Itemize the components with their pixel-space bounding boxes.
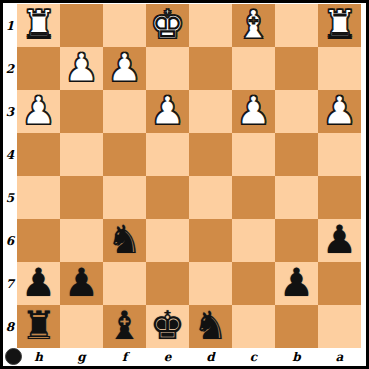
square-c6[interactable] — [232, 219, 275, 262]
square-g1[interactable] — [60, 4, 103, 47]
square-a3[interactable]: ♟ — [318, 90, 361, 133]
square-c4[interactable] — [232, 133, 275, 176]
square-d6[interactable] — [189, 219, 232, 262]
square-f3[interactable] — [103, 90, 146, 133]
piece-white-pawn[interactable]: ♟ — [150, 91, 185, 130]
square-e8[interactable]: ♚ — [146, 305, 189, 348]
rank-label-8: 8 — [3, 305, 17, 348]
square-h7[interactable]: ♟ — [17, 262, 60, 305]
file-label-g: g — [60, 348, 103, 366]
square-a8[interactable] — [318, 305, 361, 348]
rank-label-1: 1 — [3, 4, 17, 47]
piece-black-pawn[interactable]: ♟ — [64, 263, 99, 302]
piece-black-pawn[interactable]: ♟ — [21, 263, 56, 302]
file-labels: hgfedcba — [17, 348, 361, 366]
rank-label-2: 2 — [3, 47, 17, 90]
piece-white-rook[interactable]: ♜ — [322, 5, 357, 44]
square-h8[interactable]: ♜ — [17, 305, 60, 348]
square-b3[interactable] — [275, 90, 318, 133]
file-label-f: f — [103, 348, 146, 366]
black-to-move-indicator — [5, 348, 22, 365]
square-g5[interactable] — [60, 176, 103, 219]
square-a6[interactable]: ♟ — [318, 219, 361, 262]
square-a7[interactable] — [318, 262, 361, 305]
square-e6[interactable] — [146, 219, 189, 262]
piece-black-knight[interactable]: ♞ — [193, 306, 228, 345]
square-f4[interactable] — [103, 133, 146, 176]
piece-white-pawn[interactable]: ♟ — [236, 91, 271, 130]
square-b4[interactable] — [275, 133, 318, 176]
file-label-e: e — [146, 348, 189, 366]
file-label-a: a — [318, 348, 361, 366]
square-f1[interactable] — [103, 4, 146, 47]
square-b5[interactable] — [275, 176, 318, 219]
piece-white-pawn[interactable]: ♟ — [107, 48, 142, 87]
piece-white-pawn[interactable]: ♟ — [322, 91, 357, 130]
square-g3[interactable] — [60, 90, 103, 133]
piece-black-bishop[interactable]: ♝ — [107, 306, 142, 345]
square-g7[interactable]: ♟ — [60, 262, 103, 305]
square-g2[interactable]: ♟ — [60, 47, 103, 90]
square-h5[interactable] — [17, 176, 60, 219]
square-h2[interactable] — [17, 47, 60, 90]
square-h3[interactable]: ♟ — [17, 90, 60, 133]
square-e1[interactable]: ♚ — [146, 4, 189, 47]
rank-label-6: 6 — [3, 219, 17, 262]
rank-label-7: 7 — [3, 262, 17, 305]
square-b2[interactable] — [275, 47, 318, 90]
square-c3[interactable]: ♟ — [232, 90, 275, 133]
square-a4[interactable] — [318, 133, 361, 176]
file-label-b: b — [275, 348, 318, 366]
file-label-c: c — [232, 348, 275, 366]
square-d4[interactable] — [189, 133, 232, 176]
square-c5[interactable] — [232, 176, 275, 219]
square-d5[interactable] — [189, 176, 232, 219]
square-d1[interactable] — [189, 4, 232, 47]
piece-black-pawn[interactable]: ♟ — [322, 220, 357, 259]
square-d3[interactable] — [189, 90, 232, 133]
piece-black-rook[interactable]: ♜ — [21, 306, 56, 345]
square-f8[interactable]: ♝ — [103, 305, 146, 348]
square-d7[interactable] — [189, 262, 232, 305]
rank-label-3: 3 — [3, 90, 17, 133]
piece-white-bishop[interactable]: ♝ — [236, 5, 271, 44]
file-label-h: h — [17, 348, 60, 366]
board-grid: ♜♚♝♜♟♟♟♟♟♟♞♟♟♟♟♜♝♚♞ — [17, 4, 361, 348]
square-h6[interactable] — [17, 219, 60, 262]
piece-black-king[interactable]: ♚ — [150, 306, 185, 345]
square-g8[interactable] — [60, 305, 103, 348]
square-d2[interactable] — [189, 47, 232, 90]
file-label-d: d — [189, 348, 232, 366]
square-g4[interactable] — [60, 133, 103, 176]
piece-white-king[interactable]: ♚ — [150, 5, 185, 44]
square-a2[interactable] — [318, 47, 361, 90]
piece-white-pawn[interactable]: ♟ — [64, 48, 99, 87]
square-b6[interactable] — [275, 219, 318, 262]
piece-black-knight[interactable]: ♞ — [107, 220, 142, 259]
square-e7[interactable] — [146, 262, 189, 305]
square-e4[interactable] — [146, 133, 189, 176]
rank-labels: 12345678 — [3, 4, 17, 348]
square-b7[interactable]: ♟ — [275, 262, 318, 305]
square-b8[interactable] — [275, 305, 318, 348]
square-e5[interactable] — [146, 176, 189, 219]
square-c8[interactable] — [232, 305, 275, 348]
square-h4[interactable] — [17, 133, 60, 176]
chess-board-diagram: 12345678 ♜♚♝♜♟♟♟♟♟♟♞♟♟♟♟♜♝♚♞ hgfedcba — [0, 0, 369, 369]
square-d8[interactable]: ♞ — [189, 305, 232, 348]
square-e2[interactable] — [146, 47, 189, 90]
square-c1[interactable]: ♝ — [232, 4, 275, 47]
square-f6[interactable]: ♞ — [103, 219, 146, 262]
square-h1[interactable]: ♜ — [17, 4, 60, 47]
square-e3[interactable]: ♟ — [146, 90, 189, 133]
rank-label-4: 4 — [3, 133, 17, 176]
square-f2[interactable]: ♟ — [103, 47, 146, 90]
square-f7[interactable] — [103, 262, 146, 305]
square-a5[interactable] — [318, 176, 361, 219]
rank-label-5: 5 — [3, 176, 17, 219]
square-f5[interactable] — [103, 176, 146, 219]
square-b1[interactable] — [275, 4, 318, 47]
square-a1[interactable]: ♜ — [318, 4, 361, 47]
square-c2[interactable] — [232, 47, 275, 90]
piece-white-rook[interactable]: ♜ — [21, 5, 56, 44]
square-g6[interactable] — [60, 219, 103, 262]
piece-white-pawn[interactable]: ♟ — [21, 91, 56, 130]
piece-black-pawn[interactable]: ♟ — [279, 263, 314, 302]
square-c7[interactable] — [232, 262, 275, 305]
